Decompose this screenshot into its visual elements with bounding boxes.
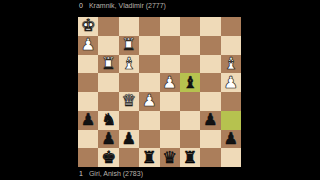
piece-black-rook: ♜ (142, 149, 157, 167)
square-e3[interactable] (139, 55, 159, 74)
square-g6[interactable]: ♞ (98, 111, 118, 130)
square-h1[interactable]: ♚ (78, 17, 98, 36)
square-g2[interactable] (98, 36, 118, 55)
chess-board[interactable]: ♚♟♜♜♝♝♟♝♟♛♟♟♞♟♟♟♟♚♜♛♜ (78, 17, 241, 167)
player-top-score: 0 (79, 1, 83, 10)
square-a1[interactable] (221, 17, 241, 36)
square-f2[interactable]: ♜ (119, 36, 139, 55)
square-g4[interactable] (98, 73, 118, 92)
player-top-name: Kramnik, Vladimir (2777) (89, 1, 166, 10)
square-b5[interactable] (200, 92, 220, 111)
square-e8[interactable]: ♜ (139, 148, 159, 167)
piece-black-pawn: ♟ (122, 130, 137, 148)
square-f5[interactable]: ♛ (119, 92, 139, 111)
square-b7[interactable] (200, 130, 220, 149)
piece-white-queen: ♛ (122, 92, 137, 110)
square-d3[interactable] (160, 55, 180, 74)
piece-black-pawn: ♟ (101, 130, 116, 148)
square-b3[interactable] (200, 55, 220, 74)
piece-white-king: ♚ (81, 17, 96, 35)
square-b1[interactable] (200, 17, 220, 36)
square-h6[interactable]: ♟ (78, 111, 98, 130)
piece-black-king: ♚ (101, 149, 116, 167)
square-b2[interactable] (200, 36, 220, 55)
player-bottom-score: 1 (79, 169, 83, 178)
piece-white-pawn: ♟ (142, 92, 157, 110)
piece-white-pawn: ♟ (81, 36, 96, 54)
square-e1[interactable] (139, 17, 159, 36)
piece-white-bishop: ♝ (122, 55, 137, 73)
square-b4[interactable] (200, 73, 220, 92)
square-h5[interactable] (78, 92, 98, 111)
square-d8[interactable]: ♛ (160, 148, 180, 167)
square-f6[interactable] (119, 111, 139, 130)
square-g5[interactable] (98, 92, 118, 111)
square-c8[interactable]: ♜ (180, 148, 200, 167)
square-a5[interactable] (221, 92, 241, 111)
square-f1[interactable] (119, 17, 139, 36)
square-h2[interactable]: ♟ (78, 36, 98, 55)
square-d7[interactable] (160, 130, 180, 149)
square-d5[interactable] (160, 92, 180, 111)
player-top: 0 Kramnik, Vladimir (2777) (79, 1, 166, 10)
square-e5[interactable]: ♟ (139, 92, 159, 111)
player-bottom-name: Giri, Anish (2783) (89, 169, 143, 178)
square-b6[interactable]: ♟ (200, 111, 220, 130)
piece-white-rook: ♜ (101, 55, 116, 73)
square-d6[interactable] (160, 111, 180, 130)
square-f7[interactable]: ♟ (119, 130, 139, 149)
square-g3[interactable]: ♜ (98, 55, 118, 74)
square-h7[interactable] (78, 130, 98, 149)
square-c5[interactable] (180, 92, 200, 111)
square-h4[interactable] (78, 73, 98, 92)
square-e6[interactable] (139, 111, 159, 130)
piece-black-pawn: ♟ (203, 111, 218, 129)
square-e7[interactable] (139, 130, 159, 149)
square-h8[interactable] (78, 148, 98, 167)
square-g7[interactable]: ♟ (98, 130, 118, 149)
piece-white-pawn: ♟ (223, 74, 238, 92)
square-c1[interactable] (180, 17, 200, 36)
piece-black-knight: ♞ (101, 111, 116, 129)
square-c4[interactable]: ♝ (180, 73, 200, 92)
piece-black-pawn: ♟ (81, 111, 96, 129)
square-c2[interactable] (180, 36, 200, 55)
piece-black-queen: ♛ (162, 149, 177, 167)
square-a6[interactable] (221, 111, 241, 130)
square-a8[interactable] (221, 148, 241, 167)
square-e4[interactable] (139, 73, 159, 92)
square-a2[interactable] (221, 36, 241, 55)
square-b8[interactable] (200, 148, 220, 167)
square-c3[interactable] (180, 55, 200, 74)
square-d4[interactable]: ♟ (160, 73, 180, 92)
square-f4[interactable] (119, 73, 139, 92)
square-a3[interactable]: ♝ (221, 55, 241, 74)
square-d2[interactable] (160, 36, 180, 55)
piece-white-bishop: ♝ (223, 55, 238, 73)
player-bottom: 1 Giri, Anish (2783) (79, 169, 143, 178)
square-a4[interactable]: ♟ (221, 73, 241, 92)
square-c6[interactable] (180, 111, 200, 130)
square-g1[interactable] (98, 17, 118, 36)
square-a7[interactable]: ♟ (221, 130, 241, 149)
piece-white-rook: ♜ (122, 36, 137, 54)
square-f8[interactable] (119, 148, 139, 167)
square-f3[interactable]: ♝ (119, 55, 139, 74)
square-g8[interactable]: ♚ (98, 148, 118, 167)
piece-black-rook: ♜ (183, 149, 198, 167)
piece-white-pawn: ♟ (162, 74, 177, 92)
square-c7[interactable] (180, 130, 200, 149)
piece-black-bishop: ♝ (183, 74, 198, 92)
square-h3[interactable] (78, 55, 98, 74)
square-e2[interactable] (139, 36, 159, 55)
piece-black-pawn: ♟ (223, 130, 238, 148)
square-d1[interactable] (160, 17, 180, 36)
